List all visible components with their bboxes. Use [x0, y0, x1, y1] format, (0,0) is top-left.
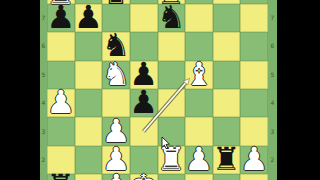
letterbox-left: [0, 0, 40, 180]
white-pawn[interactable]: ♟: [240, 143, 269, 175]
square-d7[interactable]: [130, 4, 158, 32]
square-g4[interactable]: [213, 89, 241, 117]
square-b6[interactable]: [75, 32, 103, 60]
square-h4[interactable]: [240, 89, 268, 117]
square-f2[interactable]: ♟: [185, 146, 213, 174]
square-g6[interactable]: [213, 32, 241, 60]
square-b3[interactable]: [75, 117, 103, 145]
square-e6[interactable]: [158, 32, 186, 60]
black-pawn[interactable]: ♟: [129, 86, 158, 118]
square-d1[interactable]: ♚: [130, 174, 158, 180]
rank-label-3-left: 3: [40, 128, 47, 136]
square-c5[interactable]: ♞: [102, 61, 130, 89]
square-d4[interactable]: ♟: [130, 89, 158, 117]
square-b2[interactable]: [75, 146, 103, 174]
black-rook[interactable]: ♜: [46, 170, 75, 180]
black-king[interactable]: ♚: [102, 0, 131, 8]
square-a1[interactable]: ♜: [47, 174, 75, 180]
board-border-right: 765432: [268, 0, 277, 180]
square-f5[interactable]: ♝: [185, 61, 213, 89]
black-knight[interactable]: ♞: [157, 1, 186, 33]
rank-label-4-right: 4: [268, 99, 277, 107]
black-pawn[interactable]: ♟: [74, 1, 103, 33]
square-h5[interactable]: [240, 61, 268, 89]
square-f7[interactable]: [185, 4, 213, 32]
square-a6[interactable]: [47, 32, 75, 60]
letterbox-right: [277, 0, 320, 180]
square-h6[interactable]: [240, 32, 268, 60]
rank-label-2-right: 2: [268, 156, 277, 164]
rank-label-3-right: 3: [268, 128, 277, 136]
rank-label-5-left: 5: [40, 71, 47, 79]
square-g7[interactable]: [213, 4, 241, 32]
square-b4[interactable]: [75, 89, 103, 117]
square-a7[interactable]: ♟: [47, 4, 75, 32]
white-bishop[interactable]: ♝: [102, 170, 131, 180]
white-bishop[interactable]: ♝: [185, 58, 214, 90]
square-a3[interactable]: [47, 117, 75, 145]
white-knight[interactable]: ♞: [102, 58, 131, 90]
square-f4[interactable]: [185, 89, 213, 117]
white-pawn[interactable]: ♟: [46, 86, 75, 118]
rank-label-6-left: 6: [40, 42, 47, 50]
square-a4[interactable]: ♟: [47, 89, 75, 117]
square-g2[interactable]: ♜: [213, 146, 241, 174]
square-h2[interactable]: ♟: [240, 146, 268, 174]
rank-label-7-right: 7: [268, 14, 277, 22]
rank-label-5-right: 5: [268, 71, 277, 79]
white-pawn[interactable]: ♟: [185, 143, 214, 175]
black-pawn[interactable]: ♟: [46, 1, 75, 33]
square-d3[interactable]: [130, 117, 158, 145]
white-king[interactable]: ♚: [129, 170, 158, 180]
square-e4[interactable]: [158, 89, 186, 117]
rank-label-6-right: 6: [268, 42, 277, 50]
square-b7[interactable]: ♟: [75, 4, 103, 32]
chess-board: ♜♚♜♟♟♞♞♞♟♝♟♟♟♟♜♟♜♟♜♝♚: [47, 0, 268, 180]
square-h7[interactable]: [240, 4, 268, 32]
square-e5[interactable]: [158, 61, 186, 89]
square-b5[interactable]: [75, 61, 103, 89]
square-b1[interactable]: [75, 174, 103, 180]
square-e2[interactable]: ♜: [158, 146, 186, 174]
rank-label-2-left: 2: [40, 156, 47, 164]
square-c8[interactable]: ♚: [102, 0, 130, 4]
square-c1[interactable]: ♝: [102, 174, 130, 180]
white-rook[interactable]: ♜: [157, 143, 186, 175]
black-rook[interactable]: ♜: [212, 143, 241, 175]
square-g5[interactable]: [213, 61, 241, 89]
square-e7[interactable]: ♞: [158, 4, 186, 32]
